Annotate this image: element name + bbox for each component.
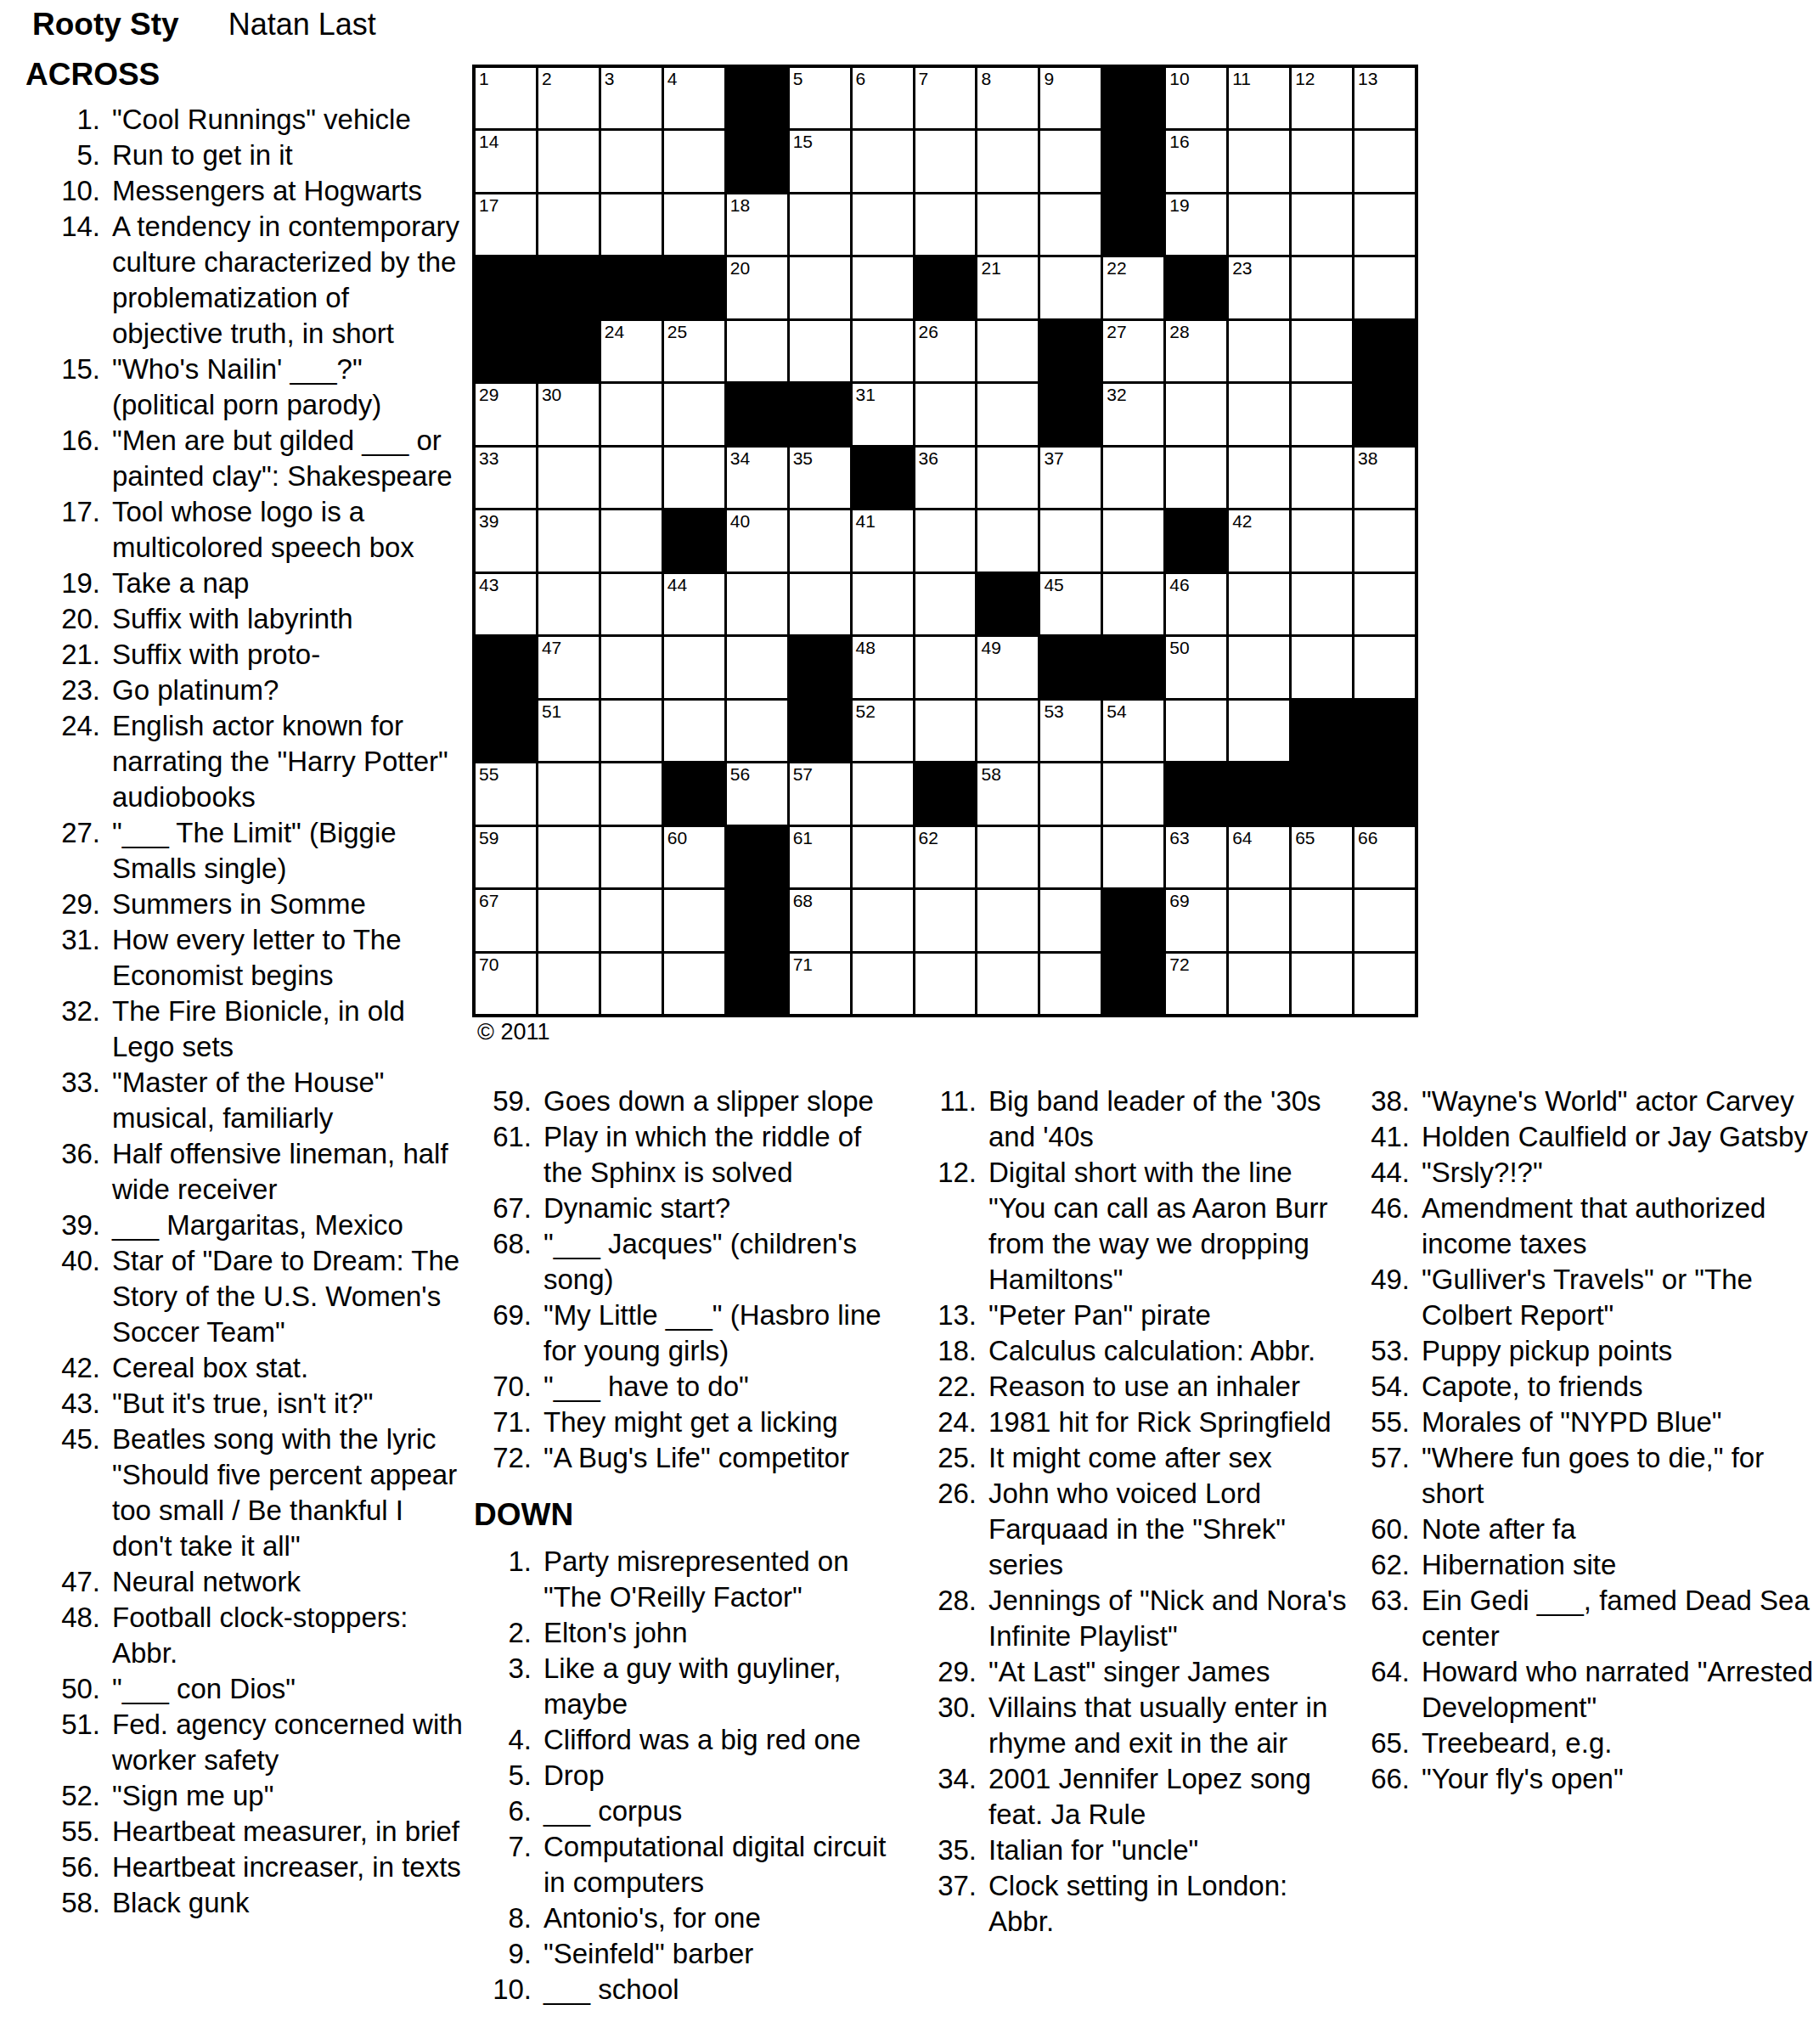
- clue-number: 8.: [474, 1900, 532, 1936]
- grid-cell[interactable]: 39: [476, 510, 536, 571]
- cell-number: 28: [1169, 322, 1189, 342]
- grid-cell[interactable]: [664, 637, 724, 697]
- grid-cell[interactable]: [1354, 510, 1415, 571]
- grid-cell[interactable]: [538, 827, 599, 887]
- grid-cell[interactable]: [1229, 890, 1289, 950]
- grid-cell[interactable]: [1166, 701, 1226, 761]
- clue-item: 44."Srsly?!?": [1352, 1155, 1817, 1191]
- clue-text: "A Bug's Life" competitor: [532, 1440, 907, 1476]
- clue-text: A tendency in contemporary culture chara…: [100, 209, 464, 352]
- grid-cell[interactable]: 30: [538, 384, 599, 444]
- grid-cell[interactable]: [1354, 574, 1415, 634]
- grid-cell[interactable]: [1103, 510, 1163, 571]
- grid-cell[interactable]: 48: [853, 637, 913, 697]
- black-square: [915, 763, 976, 824]
- grid-cell[interactable]: [853, 257, 913, 318]
- grid-cell[interactable]: 57: [790, 763, 850, 824]
- grid-cell[interactable]: 60: [664, 827, 724, 887]
- grid-cell[interactable]: 43: [476, 574, 536, 634]
- copyright-notice: © 2011: [477, 1019, 549, 1045]
- grid-cell[interactable]: [977, 194, 1038, 255]
- clue-item: 29.Summers in Somme: [25, 887, 464, 922]
- clue-item: 23.Go platinum?: [25, 673, 464, 708]
- clue-item: 11.Big band leader of the '30s and '40s: [919, 1084, 1348, 1155]
- black-square: [790, 637, 850, 697]
- clue-text: Football clock-stoppers: Abbr.: [100, 1600, 464, 1671]
- grid-cell[interactable]: 17: [476, 194, 536, 255]
- grid-cell[interactable]: 9: [1040, 68, 1101, 128]
- grid-cell[interactable]: 28: [1166, 321, 1226, 381]
- clue-text: Puppy pickup points: [1410, 1333, 1817, 1369]
- grid-cell[interactable]: [853, 890, 913, 950]
- clue-text: "Who's Nailin' ___?" (political porn par…: [100, 352, 464, 423]
- grid-cell[interactable]: 22: [1103, 257, 1163, 318]
- grid-cell[interactable]: 51: [538, 701, 599, 761]
- grid-cell[interactable]: 63: [1166, 827, 1226, 887]
- grid-cell[interactable]: [1229, 574, 1289, 634]
- grid-cell[interactable]: 10: [1166, 68, 1226, 128]
- grid-cell[interactable]: [1166, 448, 1226, 508]
- grid-cell[interactable]: 42: [1229, 510, 1289, 571]
- grid-cell[interactable]: [727, 637, 787, 697]
- grid-cell[interactable]: [1040, 257, 1101, 318]
- grid-cell[interactable]: [1292, 890, 1352, 950]
- clue-text: ___ corpus: [532, 1793, 907, 1829]
- crossword-page: Rooty StyNatan Last ACROSS 1."Cool Runni…: [0, 0, 1819, 2044]
- clue-number: 55.: [1352, 1405, 1410, 1440]
- grid-cell[interactable]: 56: [727, 763, 787, 824]
- grid-cell[interactable]: [538, 510, 599, 571]
- grid-cell[interactable]: 14: [476, 131, 536, 191]
- grid-cell[interactable]: [1040, 194, 1101, 255]
- grid-cell[interactable]: [1166, 384, 1226, 444]
- grid-cell[interactable]: 47: [538, 637, 599, 697]
- grid-cell[interactable]: [1103, 574, 1163, 634]
- clue-text: "Gulliver's Travels" or "The Colbert Rep…: [1410, 1262, 1817, 1333]
- cell-number: 66: [1358, 828, 1377, 848]
- clue-item: 45.Beatles song with the lyric "Should f…: [25, 1422, 464, 1564]
- grid-cell[interactable]: [790, 194, 850, 255]
- grid-cell[interactable]: [1040, 763, 1101, 824]
- black-square: [1040, 384, 1101, 444]
- grid-cell[interactable]: 3: [601, 68, 662, 128]
- grid-cell[interactable]: 72: [1166, 954, 1226, 1014]
- grid-cell[interactable]: 21: [977, 257, 1038, 318]
- grid-cell[interactable]: [977, 701, 1038, 761]
- clue-item: 41.Holden Caulfield or Jay Gatsby: [1352, 1119, 1817, 1155]
- grid-cell[interactable]: 45: [1040, 574, 1101, 634]
- grid-cell[interactable]: 68: [790, 890, 850, 950]
- clue-text: Go platinum?: [100, 673, 464, 708]
- grid-cell[interactable]: 23: [1229, 257, 1289, 318]
- grid-cell[interactable]: [1354, 637, 1415, 697]
- grid-cell[interactable]: [538, 574, 599, 634]
- clue-number: 66.: [1352, 1761, 1410, 1797]
- clue-text: ___ Margaritas, Mexico: [100, 1208, 464, 1243]
- clue-item: 55.Heartbeat measurer, in brief: [25, 1814, 464, 1850]
- grid-cell[interactable]: 34: [727, 448, 787, 508]
- grid-cell[interactable]: 31: [853, 384, 913, 444]
- clue-item: 71.They might get a licking: [474, 1405, 907, 1440]
- grid-cell[interactable]: [915, 510, 976, 571]
- clue-text: 1981 hit for Rick Springfield: [977, 1405, 1348, 1440]
- clue-text: Neural network: [100, 1564, 464, 1600]
- grid-cell[interactable]: [1040, 510, 1101, 571]
- grid-cell[interactable]: [1292, 637, 1352, 697]
- grid-cell[interactable]: [1292, 384, 1352, 444]
- cell-number: 37: [1044, 448, 1063, 469]
- clue-number: 12.: [919, 1155, 977, 1191]
- grid-cell[interactable]: 58: [977, 763, 1038, 824]
- grid-cell[interactable]: [538, 890, 599, 950]
- grid-cell[interactable]: [790, 510, 850, 571]
- grid-cell[interactable]: [601, 384, 662, 444]
- grid-cell[interactable]: [538, 954, 599, 1014]
- black-square: [1166, 257, 1226, 318]
- clue-item: 39.___ Margaritas, Mexico: [25, 1208, 464, 1243]
- grid-cell[interactable]: [915, 574, 976, 634]
- clue-number: 9.: [474, 1936, 532, 1972]
- clue-number: 30.: [919, 1690, 977, 1726]
- black-square: [727, 131, 787, 191]
- grid-cell[interactable]: 38: [1354, 448, 1415, 508]
- clue-item: 27."___ The Limit" (Biggie Smalls single…: [25, 815, 464, 887]
- grid-cell[interactable]: [853, 131, 913, 191]
- grid-cell[interactable]: [853, 574, 913, 634]
- grid-cell[interactable]: 29: [476, 384, 536, 444]
- clue-number: 65.: [1352, 1726, 1410, 1761]
- grid-cell[interactable]: 18: [727, 194, 787, 255]
- grid-cell[interactable]: [664, 701, 724, 761]
- grid-cell[interactable]: [1229, 384, 1289, 444]
- grid-cell[interactable]: [1354, 890, 1415, 950]
- grid-cell[interactable]: [1103, 448, 1163, 508]
- down-clue-list-38-66: 38."Wayne's World" actor Carvey41.Holden…: [1352, 1084, 1817, 1797]
- grid-cell[interactable]: [977, 321, 1038, 381]
- clue-number: 23.: [25, 673, 100, 708]
- cell-number: 69: [1169, 891, 1189, 911]
- grid-cell[interactable]: [1354, 954, 1415, 1014]
- cell-number: 62: [919, 828, 938, 848]
- clue-item: 19.Take a nap: [25, 566, 464, 601]
- clue-number: 3.: [474, 1651, 532, 1686]
- cell-number: 39: [479, 511, 498, 532]
- clue-item: 5.Run to get in it: [25, 138, 464, 173]
- grid-cell[interactable]: [538, 194, 599, 255]
- grid-cell[interactable]: [853, 763, 913, 824]
- grid-cell[interactable]: [601, 194, 662, 255]
- grid-cell[interactable]: [853, 194, 913, 255]
- grid-cell[interactable]: 66: [1354, 827, 1415, 887]
- grid-cell[interactable]: 64: [1229, 827, 1289, 887]
- grid-cell[interactable]: 49: [977, 637, 1038, 697]
- down-clue-list-11-37: 11.Big band leader of the '30s and '40s1…: [919, 1084, 1348, 1940]
- grid-cell[interactable]: [1103, 827, 1163, 887]
- cell-number: 56: [730, 764, 750, 785]
- grid-cell[interactable]: [727, 321, 787, 381]
- clue-number: 33.: [25, 1065, 100, 1101]
- grid-cell[interactable]: 15: [790, 131, 850, 191]
- clue-item: 1."Cool Runnings" vehicle: [25, 102, 464, 138]
- grid-cell[interactable]: 70: [476, 954, 536, 1014]
- grid-cell[interactable]: 59: [476, 827, 536, 887]
- cell-number: 2: [542, 69, 552, 89]
- clue-number: 7.: [474, 1829, 532, 1865]
- grid-cell[interactable]: [977, 131, 1038, 191]
- clue-item: 26.John who voiced Lord Farquaad in the …: [919, 1476, 1348, 1583]
- clue-number: 40.: [25, 1243, 100, 1279]
- cell-number: 23: [1232, 258, 1252, 279]
- grid-cell[interactable]: 67: [476, 890, 536, 950]
- grid-cell[interactable]: 35: [790, 448, 850, 508]
- grid-cell[interactable]: [915, 131, 976, 191]
- clue-number: 22.: [919, 1369, 977, 1405]
- grid-cell[interactable]: 46: [1166, 574, 1226, 634]
- grid-cell[interactable]: [538, 763, 599, 824]
- black-square: [664, 763, 724, 824]
- grid-cell[interactable]: 69: [1166, 890, 1226, 950]
- clue-text: 2001 Jennifer Lopez song feat. Ja Rule: [977, 1761, 1348, 1833]
- grid-cell[interactable]: [915, 384, 976, 444]
- grid-cell[interactable]: [1292, 954, 1352, 1014]
- cell-number: 26: [919, 322, 938, 342]
- cell-number: 71: [793, 954, 813, 975]
- grid-cell[interactable]: [1229, 194, 1289, 255]
- grid-cell[interactable]: [538, 131, 599, 191]
- clue-number: 32.: [25, 994, 100, 1029]
- cell-number: 35: [793, 448, 813, 469]
- grid-cell[interactable]: [601, 827, 662, 887]
- grid-cell[interactable]: [601, 890, 662, 950]
- clue-number: 34.: [919, 1761, 977, 1797]
- clue-item: 51.Fed. agency concerned with worker saf…: [25, 1707, 464, 1778]
- grid-cell[interactable]: [1354, 131, 1415, 191]
- cell-number: 21: [981, 258, 1000, 279]
- grid-cell[interactable]: 54: [1103, 701, 1163, 761]
- grid-cell[interactable]: [1229, 701, 1289, 761]
- grid-cell[interactable]: 13: [1354, 68, 1415, 128]
- grid-cell[interactable]: [1292, 257, 1352, 318]
- grid-cell[interactable]: [1292, 574, 1352, 634]
- grid-cell[interactable]: [1292, 448, 1352, 508]
- grid-cell[interactable]: [727, 574, 787, 634]
- grid-cell[interactable]: [1229, 954, 1289, 1014]
- clue-number: 27.: [25, 815, 100, 851]
- grid-cell[interactable]: 19: [1166, 194, 1226, 255]
- grid-cell[interactable]: [977, 448, 1038, 508]
- grid-cell[interactable]: [601, 637, 662, 697]
- black-square: [476, 637, 536, 697]
- grid-cell[interactable]: 40: [727, 510, 787, 571]
- grid-cell[interactable]: [727, 701, 787, 761]
- grid-cell[interactable]: 12: [1292, 68, 1352, 128]
- grid-cell[interactable]: 65: [1292, 827, 1352, 887]
- grid-cell[interactable]: [1229, 131, 1289, 191]
- grid-cell[interactable]: [1292, 131, 1352, 191]
- grid-cell[interactable]: [853, 827, 913, 887]
- clue-text: Holden Caulfield or Jay Gatsby: [1410, 1119, 1817, 1155]
- cell-number: 60: [667, 828, 687, 848]
- clue-item: 69."My Little ___" (Hasbro line for youn…: [474, 1298, 907, 1369]
- grid-cell[interactable]: 25: [664, 321, 724, 381]
- grid-cell[interactable]: [1040, 954, 1101, 1014]
- black-square: [476, 701, 536, 761]
- grid-cell[interactable]: [915, 194, 976, 255]
- grid-cell[interactable]: 8: [977, 68, 1038, 128]
- clue-text: Half offensive lineman, half wide receiv…: [100, 1136, 464, 1208]
- cell-number: 45: [1044, 575, 1063, 595]
- cell-number: 44: [667, 575, 687, 595]
- grid-cell[interactable]: [977, 384, 1038, 444]
- cell-number: 13: [1358, 69, 1377, 89]
- clue-text: Treebeard, e.g.: [1410, 1726, 1817, 1761]
- grid-cell[interactable]: 53: [1040, 701, 1101, 761]
- black-square: [1166, 763, 1226, 824]
- grid-cell[interactable]: [1040, 890, 1101, 950]
- grid-cell[interactable]: 20: [727, 257, 787, 318]
- grid-cell[interactable]: [1103, 763, 1163, 824]
- clue-item: 72."A Bug's Life" competitor: [474, 1440, 907, 1476]
- grid-cell[interactable]: [1229, 448, 1289, 508]
- clue-item: 56.Heartbeat increaser, in texts: [25, 1850, 464, 1885]
- grid-cell[interactable]: 62: [915, 827, 976, 887]
- grid-cell[interactable]: [977, 827, 1038, 887]
- grid-cell[interactable]: 27: [1103, 321, 1163, 381]
- grid-cell[interactable]: [1229, 321, 1289, 381]
- grid-cell[interactable]: 24: [601, 321, 662, 381]
- grid-cell[interactable]: [601, 448, 662, 508]
- clue-text: Calculus calculation: Abbr.: [977, 1333, 1348, 1369]
- clue-number: 1.: [474, 1544, 532, 1579]
- cell-number: 22: [1107, 258, 1126, 279]
- grid-cell[interactable]: [601, 131, 662, 191]
- grid-cell[interactable]: 52: [853, 701, 913, 761]
- grid-cell[interactable]: [1040, 131, 1101, 191]
- clue-item: 65.Treebeard, e.g.: [1352, 1726, 1817, 1761]
- grid-cell[interactable]: 37: [1040, 448, 1101, 508]
- grid-cell[interactable]: [1354, 194, 1415, 255]
- grid-cell[interactable]: [538, 448, 599, 508]
- cell-number: 30: [542, 385, 561, 405]
- clue-number: 2.: [474, 1615, 532, 1651]
- cell-number: 68: [793, 891, 813, 911]
- grid-cell[interactable]: 71: [790, 954, 850, 1014]
- grid-cell[interactable]: [601, 510, 662, 571]
- black-square: [601, 257, 662, 318]
- grid-cell[interactable]: [601, 574, 662, 634]
- grid-cell[interactable]: 11: [1229, 68, 1289, 128]
- grid-cell[interactable]: [915, 890, 976, 950]
- grid-cell[interactable]: 36: [915, 448, 976, 508]
- grid-cell[interactable]: [1040, 827, 1101, 887]
- grid-cell[interactable]: [915, 637, 976, 697]
- grid-cell[interactable]: 6: [853, 68, 913, 128]
- grid-cell[interactable]: [601, 701, 662, 761]
- cell-number: 40: [730, 511, 750, 532]
- clue-item: 63.Ein Gedi ___, famed Dead Sea center: [1352, 1583, 1817, 1654]
- grid-cell[interactable]: 41: [853, 510, 913, 571]
- black-square: [1292, 701, 1352, 761]
- cell-number: 70: [479, 954, 498, 975]
- cell-number: 55: [479, 764, 498, 785]
- grid-cell[interactable]: 61: [790, 827, 850, 887]
- clue-text: John who voiced Lord Farquaad in the "Sh…: [977, 1476, 1348, 1583]
- grid-cell[interactable]: [1229, 637, 1289, 697]
- cell-number: 52: [856, 701, 876, 722]
- clue-text: Messengers at Hogwarts: [100, 173, 464, 209]
- grid-cell[interactable]: [915, 701, 976, 761]
- clue-text: Suffix with proto-: [100, 637, 464, 673]
- grid-cell[interactable]: [915, 954, 976, 1014]
- grid-cell[interactable]: 5: [790, 68, 850, 128]
- black-square: [1354, 701, 1415, 761]
- grid-cell[interactable]: 16: [1166, 131, 1226, 191]
- grid-cell[interactable]: [1292, 321, 1352, 381]
- grid-cell[interactable]: [1292, 510, 1352, 571]
- grid-cell[interactable]: 7: [915, 68, 976, 128]
- grid-cell[interactable]: [664, 448, 724, 508]
- clue-number: 48.: [25, 1600, 100, 1636]
- cell-number: 32: [1107, 385, 1126, 405]
- grid-cell[interactable]: 2: [538, 68, 599, 128]
- grid-cell[interactable]: [977, 954, 1038, 1014]
- grid-cell[interactable]: 26: [915, 321, 976, 381]
- black-square: [1040, 637, 1101, 697]
- grid-cell[interactable]: [853, 954, 913, 1014]
- grid-cell[interactable]: [977, 510, 1038, 571]
- black-square: [538, 321, 599, 381]
- black-square: [727, 68, 787, 128]
- clue-item: 17.Tool whose logo is a multicolored spe…: [25, 494, 464, 566]
- clue-number: 67.: [474, 1191, 532, 1226]
- grid-cell[interactable]: [601, 954, 662, 1014]
- grid-cell[interactable]: [664, 890, 724, 950]
- grid-cell[interactable]: 1: [476, 68, 536, 128]
- black-square: [977, 574, 1038, 634]
- grid-cell[interactable]: [853, 321, 913, 381]
- cell-number: 11: [1232, 69, 1251, 89]
- grid-cell[interactable]: [664, 384, 724, 444]
- clue-text: "But it's true, isn't it?": [100, 1386, 464, 1422]
- grid-cell[interactable]: 4: [664, 68, 724, 128]
- grid-cell[interactable]: [1292, 194, 1352, 255]
- grid-cell[interactable]: [790, 321, 850, 381]
- cell-number: 7: [919, 69, 929, 89]
- grid-cell[interactable]: 32: [1103, 384, 1163, 444]
- grid-cell[interactable]: 50: [1166, 637, 1226, 697]
- clue-item: 15."Who's Nailin' ___?" (political porn …: [25, 352, 464, 423]
- clue-number: 20.: [25, 601, 100, 637]
- clue-number: 53.: [1352, 1333, 1410, 1369]
- bottom-column-down-38-66: 38."Wayne's World" actor Carvey41.Holden…: [1352, 1084, 1817, 1797]
- clue-number: 71.: [474, 1405, 532, 1440]
- grid-cell[interactable]: [601, 763, 662, 824]
- grid-cell[interactable]: 44: [664, 574, 724, 634]
- grid-cell[interactable]: [664, 954, 724, 1014]
- grid-cell[interactable]: [977, 890, 1038, 950]
- grid-cell[interactable]: 33: [476, 448, 536, 508]
- grid-cell[interactable]: [790, 574, 850, 634]
- cell-number: 15: [793, 132, 813, 152]
- grid-cell[interactable]: [664, 194, 724, 255]
- across-heading: ACROSS: [25, 56, 464, 93]
- grid-cell[interactable]: [1354, 257, 1415, 318]
- grid-cell[interactable]: 55: [476, 763, 536, 824]
- grid-cell[interactable]: [664, 131, 724, 191]
- black-square: [664, 257, 724, 318]
- clue-number: 10.: [474, 1972, 532, 2007]
- grid-cell[interactable]: [790, 257, 850, 318]
